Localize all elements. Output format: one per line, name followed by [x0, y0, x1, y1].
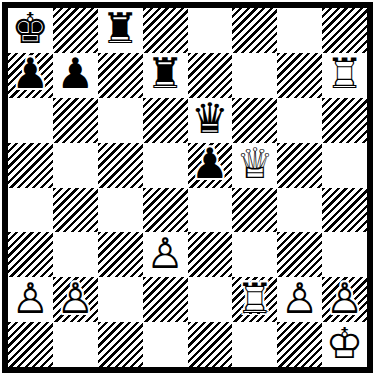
square-b5: [53, 143, 98, 188]
square-h8: [322, 8, 367, 53]
square-a7: ♟♟: [8, 53, 53, 98]
piece-white-pawn: ♟♙: [322, 277, 367, 322]
square-f2: ♜♖: [232, 277, 277, 322]
square-a1: [8, 322, 53, 367]
square-b8: [53, 8, 98, 53]
square-d5: [143, 143, 188, 188]
square-b2: ♟♙: [53, 277, 98, 322]
square-e7: [188, 53, 233, 98]
square-b1: [53, 322, 98, 367]
square-h7: ♜♖: [322, 53, 367, 98]
square-b6: [53, 98, 98, 143]
square-c7: [98, 53, 143, 98]
square-e1: [188, 322, 233, 367]
square-e6: ♛♛: [188, 98, 233, 143]
chess-board: ♚♚♜♜♟♟♟♟♜♜♜♖♛♛♟♟♛♕♟♙♟♙♟♙♜♖♟♙♟♙♚♔: [2, 2, 373, 373]
square-h6: [322, 98, 367, 143]
piece-black-rook: ♜♜: [98, 8, 143, 53]
square-a6: [8, 98, 53, 143]
square-h4: [322, 188, 367, 233]
square-c2: [98, 277, 143, 322]
piece-black-rook: ♜♜: [143, 53, 188, 98]
square-a8: ♚♚: [8, 8, 53, 53]
square-g6: [277, 98, 322, 143]
square-c6: [98, 98, 143, 143]
square-d1: [143, 322, 188, 367]
square-h1: ♚♔: [322, 322, 367, 367]
square-a3: [8, 232, 53, 277]
square-e8: [188, 8, 233, 53]
square-d2: [143, 277, 188, 322]
square-b7: ♟♟: [53, 53, 98, 98]
square-a5: [8, 143, 53, 188]
piece-black-pawn: ♟♟: [8, 53, 53, 98]
square-g7: [277, 53, 322, 98]
square-f5: ♛♕: [232, 143, 277, 188]
square-f8: [232, 8, 277, 53]
piece-white-pawn: ♟♙: [53, 277, 98, 322]
square-g3: [277, 232, 322, 277]
square-c8: ♜♜: [98, 8, 143, 53]
square-d7: ♜♜: [143, 53, 188, 98]
square-g5: [277, 143, 322, 188]
piece-black-pawn: ♟♟: [188, 143, 233, 188]
square-h3: [322, 232, 367, 277]
piece-black-queen: ♛♛: [188, 98, 233, 143]
square-e2: [188, 277, 233, 322]
piece-black-pawn: ♟♟: [53, 53, 98, 98]
square-d8: [143, 8, 188, 53]
piece-white-rook: ♜♖: [322, 53, 367, 98]
square-g2: ♟♙: [277, 277, 322, 322]
square-f1: [232, 322, 277, 367]
square-a2: ♟♙: [8, 277, 53, 322]
square-g4: [277, 188, 322, 233]
square-h5: [322, 143, 367, 188]
square-d4: [143, 188, 188, 233]
square-f3: [232, 232, 277, 277]
square-b3: [53, 232, 98, 277]
piece-white-pawn: ♟♙: [8, 277, 53, 322]
square-f4: [232, 188, 277, 233]
square-g8: [277, 8, 322, 53]
square-c4: [98, 188, 143, 233]
piece-white-pawn: ♟♙: [143, 232, 188, 277]
square-b4: [53, 188, 98, 233]
square-e5: ♟♟: [188, 143, 233, 188]
piece-white-king: ♚♔: [322, 322, 367, 367]
square-c3: [98, 232, 143, 277]
square-a4: [8, 188, 53, 233]
chess-diagram: ♚♚♜♜♟♟♟♟♜♜♜♖♛♛♟♟♛♕♟♙♟♙♟♙♜♖♟♙♟♙♚♔: [0, 0, 375, 375]
square-h2: ♟♙: [322, 277, 367, 322]
square-g1: [277, 322, 322, 367]
piece-white-queen: ♛♕: [232, 143, 277, 188]
square-e3: [188, 232, 233, 277]
square-d3: ♟♙: [143, 232, 188, 277]
square-c5: [98, 143, 143, 188]
square-d6: [143, 98, 188, 143]
square-e4: [188, 188, 233, 233]
square-f7: [232, 53, 277, 98]
piece-white-pawn: ♟♙: [277, 277, 322, 322]
piece-white-rook: ♜♖: [232, 277, 277, 322]
square-f6: [232, 98, 277, 143]
piece-black-king: ♚♚: [8, 8, 53, 53]
square-c1: [98, 322, 143, 367]
